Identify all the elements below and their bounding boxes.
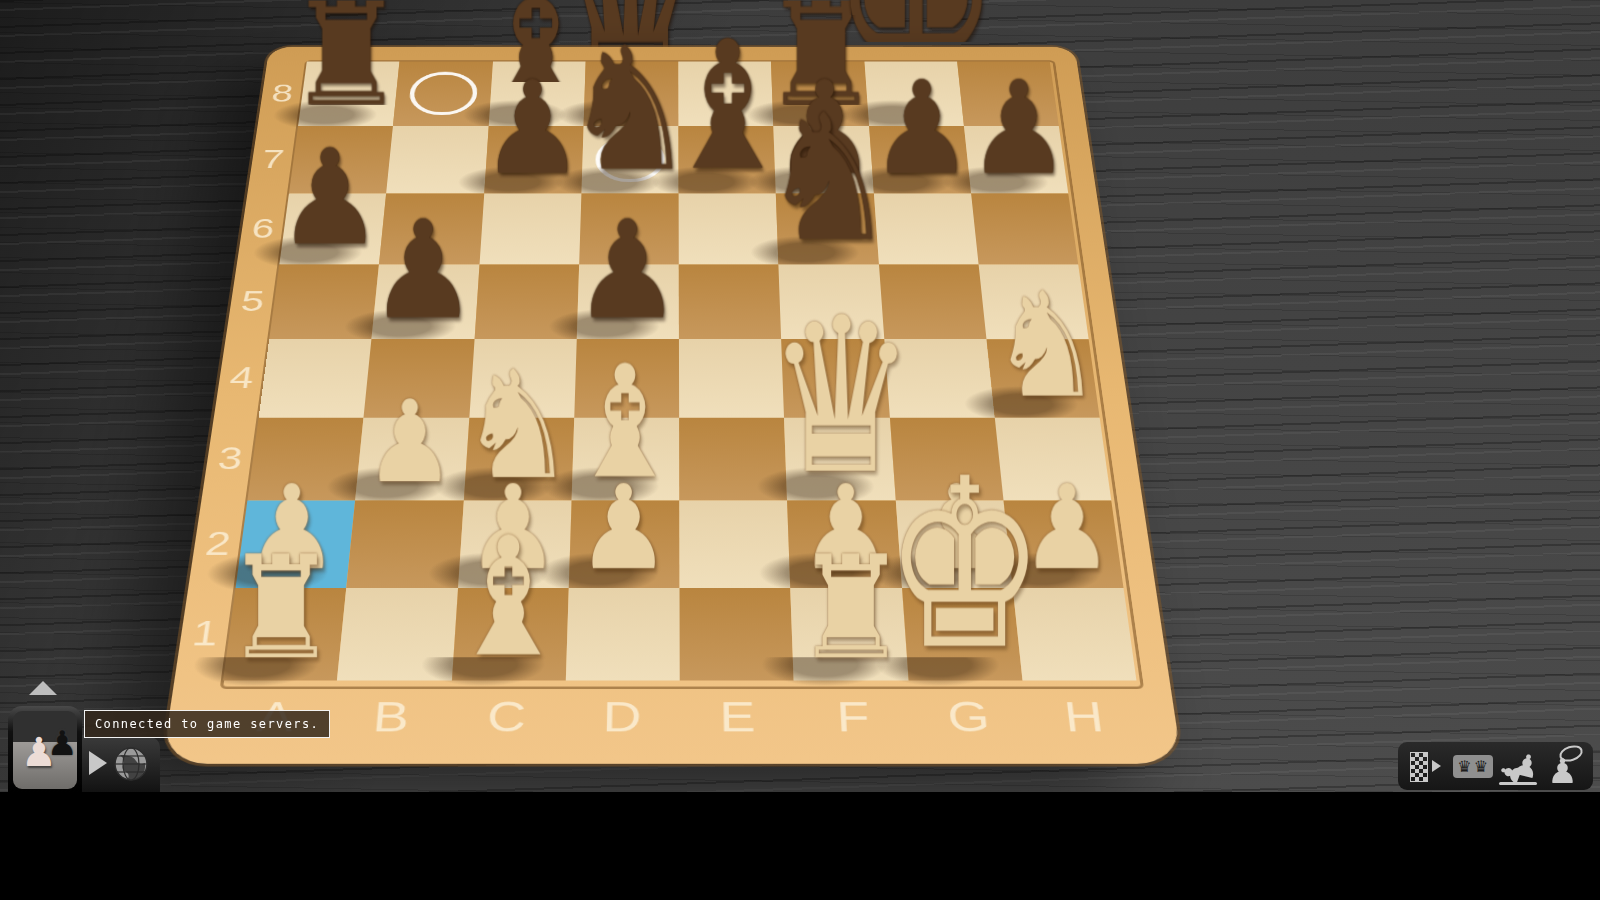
file-label-b: B xyxy=(329,680,452,763)
square-a4[interactable] xyxy=(259,339,372,418)
white-knight-h4[interactable]: ♞ xyxy=(990,277,1103,415)
black-pawn-c7[interactable]: ♟ xyxy=(481,68,584,190)
small-play-arrow-icon xyxy=(1432,760,1441,772)
square-c1[interactable]: ♝ xyxy=(451,588,568,680)
square-h4[interactable]: ♞ xyxy=(986,339,1099,418)
square-d1[interactable] xyxy=(566,588,680,680)
white-bishop-c1[interactable]: ♝ xyxy=(447,521,570,677)
black-pawn-d5[interactable]: ♟ xyxy=(574,207,682,336)
chess-app-window: 8♜♝♛♜♚7♟♞♝♟♟♟6♟♞5♟♟4♞3♟♞♝♛2♟♟♟♟♟♟1♜♝♜♚AB… xyxy=(0,0,1600,900)
square-d5[interactable]: ♟ xyxy=(577,265,679,340)
expand-up-arrow-icon[interactable] xyxy=(29,681,57,695)
square-a1[interactable]: ♜ xyxy=(223,588,347,680)
white-king-g1[interactable]: ♚ xyxy=(884,454,1045,676)
rank-label-5: 5 xyxy=(226,265,280,340)
status-text: Connected to game servers. xyxy=(95,717,319,731)
globe-icon[interactable] xyxy=(112,745,150,783)
black-pawn-icon: ♟ xyxy=(47,723,77,763)
file-label-d: D xyxy=(563,680,680,763)
black-pawn-b5[interactable]: ♟ xyxy=(369,207,477,336)
captured-pieces-button[interactable]: ♟ ♟ xyxy=(1497,744,1539,788)
file-label-c: C xyxy=(446,680,566,763)
chess-board[interactable]: 8♜♝♛♜♚7♟♞♝♟♟♟6♟♞5♟♟4♞3♟♞♝♛2♟♟♟♟♟♟1♜♝♜♚AB… xyxy=(162,47,1182,764)
player-crown-icon: ♛ xyxy=(1457,759,1471,775)
square-f6[interactable]: ♞ xyxy=(776,194,878,265)
tray-base xyxy=(1499,782,1537,785)
file-label-e: E xyxy=(680,680,797,763)
mini-checkerboard-icon xyxy=(1410,752,1428,782)
player-crown-icon: ♛ xyxy=(1474,759,1488,775)
square-h7[interactable]: ♟ xyxy=(964,126,1069,194)
white-rook-a1[interactable]: ♜ xyxy=(224,542,338,677)
black-pawn-a6[interactable]: ♟ xyxy=(277,136,383,261)
inspect-piece-button[interactable]: ♟ xyxy=(1543,744,1585,788)
piece-magnifier-icon: ♟ xyxy=(1545,744,1583,788)
white-pawn-b3[interactable]: ♟ xyxy=(364,389,455,497)
square-a5[interactable] xyxy=(269,265,379,340)
square-a8[interactable]: ♜ xyxy=(298,62,400,126)
square-c5[interactable] xyxy=(474,265,579,340)
square-d2[interactable]: ♟ xyxy=(569,501,680,588)
black-knight-f6[interactable]: ♞ xyxy=(760,96,896,262)
square-c7[interactable]: ♟ xyxy=(484,126,584,194)
file-label-h: H xyxy=(1022,680,1148,763)
black-pawn-h7[interactable]: ♟ xyxy=(968,68,1071,190)
board-scene: 8♜♝♛♜♚7♟♞♝♟♟♟6♟♞5♟♟4♞3♟♞♝♛2♟♟♟♟♟♟1♜♝♜♚AB… xyxy=(0,0,1600,792)
white-pawn-d2[interactable]: ♟ xyxy=(577,474,670,585)
square-h6[interactable] xyxy=(971,194,1078,265)
bottom-toolbar: ♛ ♛ ♟ ♟ ♟ xyxy=(1398,742,1593,790)
file-label-f: F xyxy=(794,680,914,763)
network-panel[interactable] xyxy=(82,737,160,792)
letterbox-strip xyxy=(0,792,1600,900)
black-rook-a8[interactable]: ♜ xyxy=(286,0,406,123)
captured-pieces-icon: ♟ ♟ xyxy=(1497,744,1539,788)
board-preview-button[interactable] xyxy=(1406,744,1448,788)
square-e5[interactable] xyxy=(679,265,782,340)
square-b3[interactable]: ♟ xyxy=(355,418,468,501)
square-g1[interactable]: ♚ xyxy=(902,588,1023,680)
two-players-icon: ♛ ♛ xyxy=(1453,755,1493,778)
play-arrow-icon[interactable] xyxy=(89,751,107,775)
pawns-thumbnail: ♟ ♟ xyxy=(13,711,77,789)
file-label-g: G xyxy=(908,680,1031,763)
square-c6[interactable] xyxy=(479,194,581,265)
leaning-pawn-icon: ♟ xyxy=(1510,745,1545,785)
square-b5[interactable]: ♟ xyxy=(372,265,479,340)
status-message: Connected to game servers. xyxy=(84,710,330,738)
players-button[interactable]: ♛ ♛ xyxy=(1452,744,1494,788)
game-drawer-handle[interactable]: ♟ ♟ xyxy=(8,706,82,792)
